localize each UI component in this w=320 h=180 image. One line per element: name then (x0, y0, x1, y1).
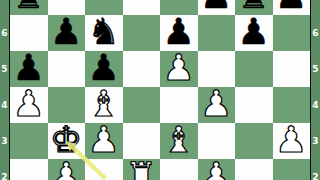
black-pawn-piece: ♟ (13, 50, 45, 86)
square-c5[interactable]: ♟ (85, 51, 123, 87)
square-g4[interactable] (235, 87, 273, 123)
left-rank-label-6: 6 (0, 28, 9, 38)
white-king-piece: ♚ (50, 122, 82, 158)
left-rank-label-3: 3 (0, 136, 9, 146)
left-rank-label-5: 5 (0, 64, 9, 74)
right-rank-label-4: 4 (311, 100, 320, 110)
square-c4[interactable]: ♝ (85, 87, 123, 123)
square-a3[interactable] (10, 123, 48, 159)
square-c3[interactable]: ♟ (85, 123, 123, 159)
white-rook-piece: ♜ (125, 158, 157, 180)
square-f2[interactable]: ♟ (198, 159, 236, 180)
square-b4[interactable] (48, 87, 86, 123)
white-pawn-piece: ♟ (13, 86, 45, 122)
white-pawn-piece: ♟ (163, 50, 195, 86)
chess-board: ♜♟♜♟♟♞♟♟♟♟♟♟♝♟♚♟♝♟♟♜♟ (10, 0, 310, 180)
square-b2[interactable]: ♟ (48, 159, 86, 180)
left-rank-label-7: 7 (0, 0, 9, 2)
black-knight-piece: ♞ (88, 14, 120, 50)
square-h6[interactable] (273, 15, 311, 51)
square-h4[interactable] (273, 87, 311, 123)
right-rank-label-6: 6 (311, 28, 320, 38)
black-pawn-piece: ♟ (200, 0, 232, 14)
square-h3[interactable]: ♟ (273, 123, 311, 159)
white-bishop-piece: ♝ (163, 122, 195, 158)
square-h5[interactable] (273, 51, 311, 87)
right-rank-label-2: 2 (311, 172, 320, 180)
square-d7[interactable] (123, 0, 161, 15)
black-pawn-piece: ♟ (275, 0, 307, 14)
chess-diagram: 765432 ♜♟♜♟♟♞♟♟♟♟♟♟♝♟♚♟♝♟♟♜♟ 765432 (0, 0, 320, 180)
square-g5[interactable] (235, 51, 273, 87)
white-pawn-piece: ♟ (88, 122, 120, 158)
right-board-border: 765432 (310, 0, 320, 180)
square-a4[interactable]: ♟ (10, 87, 48, 123)
square-f7[interactable]: ♟ (198, 0, 236, 15)
square-e3[interactable]: ♝ (160, 123, 198, 159)
square-a2[interactable] (10, 159, 48, 180)
white-pawn-piece: ♟ (200, 86, 232, 122)
white-pawn-piece: ♟ (275, 122, 307, 158)
square-f4[interactable]: ♟ (198, 87, 236, 123)
left-rank-label-4: 4 (0, 100, 9, 110)
square-b6[interactable]: ♟ (48, 15, 86, 51)
square-d5[interactable] (123, 51, 161, 87)
square-g6[interactable]: ♟ (235, 15, 273, 51)
right-rank-label-5: 5 (311, 64, 320, 74)
white-pawn-piece: ♟ (200, 158, 232, 180)
square-d6[interactable] (123, 15, 161, 51)
square-a5[interactable]: ♟ (10, 51, 48, 87)
square-d2[interactable]: ♜ (123, 159, 161, 180)
square-g3[interactable] (235, 123, 273, 159)
square-e5[interactable]: ♟ (160, 51, 198, 87)
black-pawn-piece: ♟ (50, 14, 82, 50)
square-h7[interactable]: ♟ (273, 0, 311, 15)
right-rank-label-7: 7 (311, 0, 320, 2)
black-rook-piece: ♜ (13, 0, 45, 14)
square-c6[interactable]: ♞ (85, 15, 123, 51)
square-c2[interactable] (85, 159, 123, 180)
square-g2[interactable] (235, 159, 273, 180)
square-d4[interactable] (123, 87, 161, 123)
square-f5[interactable] (198, 51, 236, 87)
square-f3[interactable] (198, 123, 236, 159)
square-b3[interactable]: ♚ (48, 123, 86, 159)
white-pawn-piece: ♟ (50, 158, 82, 180)
square-f6[interactable] (198, 15, 236, 51)
square-h2[interactable] (273, 159, 311, 180)
white-bishop-piece: ♝ (88, 86, 120, 122)
left-rank-label-2: 2 (0, 172, 9, 180)
left-board-border: 765432 (0, 0, 10, 180)
black-pawn-piece: ♟ (88, 50, 120, 86)
square-a6[interactable] (10, 15, 48, 51)
right-rank-label-3: 3 (311, 136, 320, 146)
square-e4[interactable] (160, 87, 198, 123)
square-a7[interactable]: ♜ (10, 0, 48, 15)
square-b5[interactable] (48, 51, 86, 87)
square-d3[interactable] (123, 123, 161, 159)
square-e2[interactable] (160, 159, 198, 180)
black-pawn-piece: ♟ (163, 14, 195, 50)
square-e6[interactable]: ♟ (160, 15, 198, 51)
black-pawn-piece: ♟ (238, 14, 270, 50)
